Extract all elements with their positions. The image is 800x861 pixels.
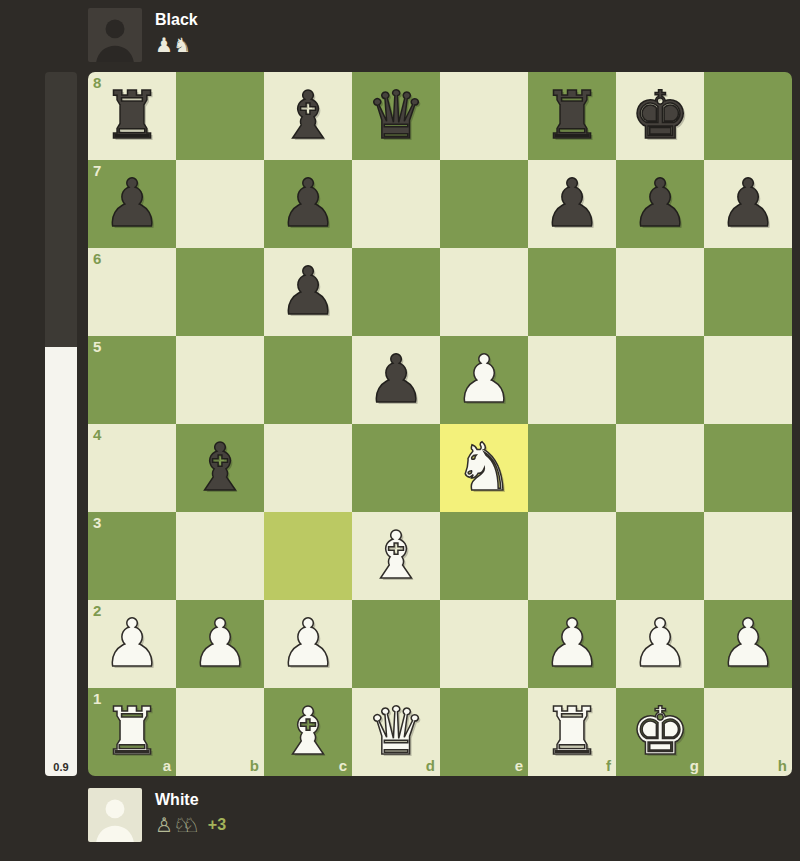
- square-a4[interactable]: 4: [88, 424, 176, 512]
- file-label-a: a: [163, 758, 171, 773]
- square-e2[interactable]: [440, 600, 528, 688]
- white-piece-e5[interactable]: ♟: [454, 336, 513, 424]
- square-f2[interactable]: ♟: [528, 600, 616, 688]
- square-h3[interactable]: [704, 512, 792, 600]
- eval-black-portion: [45, 72, 77, 347]
- square-f6[interactable]: [528, 248, 616, 336]
- square-g1[interactable]: g♚: [616, 688, 704, 776]
- rank-label-6: 6: [93, 251, 101, 266]
- square-a3[interactable]: 3: [88, 512, 176, 600]
- square-d4[interactable]: [352, 424, 440, 512]
- square-g5[interactable]: [616, 336, 704, 424]
- white-piece-b2[interactable]: ♟: [190, 600, 249, 688]
- black-piece-d5[interactable]: ♟: [366, 336, 425, 424]
- square-f3[interactable]: [528, 512, 616, 600]
- square-g6[interactable]: [616, 248, 704, 336]
- square-a8[interactable]: 8♜: [88, 72, 176, 160]
- square-d7[interactable]: [352, 160, 440, 248]
- black-player-name: Black: [155, 10, 198, 30]
- black-piece-f7[interactable]: ♟: [542, 160, 601, 248]
- file-label-h: h: [778, 758, 787, 773]
- square-h8[interactable]: [704, 72, 792, 160]
- square-d3[interactable]: ♝: [352, 512, 440, 600]
- white-piece-h2[interactable]: ♟: [718, 600, 777, 688]
- rank-label-1: 1: [93, 691, 101, 706]
- square-f8[interactable]: ♜: [528, 72, 616, 160]
- rank-label-7: 7: [93, 163, 101, 178]
- file-label-f: f: [606, 758, 611, 773]
- square-e4[interactable]: ♞: [440, 424, 528, 512]
- material-advantage: +3: [208, 814, 226, 836]
- black-piece-g8[interactable]: ♚: [630, 72, 689, 160]
- black-piece-b4[interactable]: ♝: [190, 424, 249, 512]
- white-piece-c1[interactable]: ♝: [278, 688, 337, 776]
- square-c8[interactable]: ♝: [264, 72, 352, 160]
- white-piece-f2[interactable]: ♟: [542, 600, 601, 688]
- rank-label-4: 4: [93, 427, 101, 442]
- square-a1[interactable]: 1a♜: [88, 688, 176, 776]
- eval-white-portion: 0.9: [45, 347, 77, 776]
- white-piece-a2[interactable]: ♟: [102, 600, 161, 688]
- square-b7[interactable]: [176, 160, 264, 248]
- square-e5[interactable]: ♟: [440, 336, 528, 424]
- white-piece-f1[interactable]: ♜: [542, 688, 601, 776]
- square-g2[interactable]: ♟: [616, 600, 704, 688]
- square-f4[interactable]: [528, 424, 616, 512]
- player-top: Black ♟♞: [88, 8, 198, 62]
- square-h4[interactable]: [704, 424, 792, 512]
- square-e6[interactable]: [440, 248, 528, 336]
- white-piece-g1[interactable]: ♚: [630, 688, 689, 776]
- square-h5[interactable]: [704, 336, 792, 424]
- square-g8[interactable]: ♚: [616, 72, 704, 160]
- square-g7[interactable]: ♟: [616, 160, 704, 248]
- person-icon: [88, 792, 142, 842]
- square-e8[interactable]: [440, 72, 528, 160]
- square-h2[interactable]: ♟: [704, 600, 792, 688]
- square-d6[interactable]: [352, 248, 440, 336]
- file-label-d: d: [426, 758, 435, 773]
- black-piece-c8[interactable]: ♝: [278, 72, 337, 160]
- square-b1[interactable]: b: [176, 688, 264, 776]
- captured-white-pawn-icon: ♟: [155, 34, 173, 56]
- white-piece-a1[interactable]: ♜: [102, 688, 161, 776]
- square-b5[interactable]: [176, 336, 264, 424]
- square-a5[interactable]: 5: [88, 336, 176, 424]
- square-c1[interactable]: c♝: [264, 688, 352, 776]
- chess-board[interactable]: 8♜♝♛♜♚7♟♟♟♟♟6♟5♟♟4♝♞3♝2♟♟♟♟♟♟1a♜bc♝d♛ef♜…: [88, 72, 792, 776]
- square-h6[interactable]: [704, 248, 792, 336]
- black-piece-c6[interactable]: ♟: [278, 248, 337, 336]
- black-piece-f8[interactable]: ♜: [542, 72, 601, 160]
- captured-black-pawn-icon: ♙: [155, 814, 173, 836]
- square-b8[interactable]: [176, 72, 264, 160]
- captured-white-knight-icon: ♞: [173, 34, 191, 56]
- white-piece-d1[interactable]: ♛: [366, 688, 425, 776]
- person-icon: [88, 12, 142, 62]
- square-g3[interactable]: [616, 512, 704, 600]
- square-c3[interactable]: [264, 512, 352, 600]
- square-h7[interactable]: ♟: [704, 160, 792, 248]
- rank-label-8: 8: [93, 75, 101, 90]
- eval-score: 0.9: [45, 761, 77, 773]
- square-b3[interactable]: [176, 512, 264, 600]
- rank-label-5: 5: [93, 339, 101, 354]
- square-c4[interactable]: [264, 424, 352, 512]
- black-captured-pieces: ♟♞: [155, 32, 198, 56]
- white-avatar[interactable]: [88, 788, 142, 842]
- square-c2[interactable]: ♟: [264, 600, 352, 688]
- black-avatar[interactable]: [88, 8, 142, 62]
- square-f7[interactable]: ♟: [528, 160, 616, 248]
- square-e1[interactable]: e: [440, 688, 528, 776]
- white-player-name: White: [155, 790, 226, 810]
- square-a2[interactable]: 2♟: [88, 600, 176, 688]
- square-e3[interactable]: [440, 512, 528, 600]
- black-piece-g7[interactable]: ♟: [630, 160, 689, 248]
- file-label-b: b: [250, 758, 259, 773]
- file-label-g: g: [690, 758, 699, 773]
- black-piece-h7[interactable]: ♟: [718, 160, 777, 248]
- white-piece-e4[interactable]: ♞: [454, 424, 513, 512]
- square-c5[interactable]: [264, 336, 352, 424]
- square-b6[interactable]: [176, 248, 264, 336]
- player-bottom: White ♙♘♘+3: [88, 788, 226, 842]
- square-f1[interactable]: f♜: [528, 688, 616, 776]
- white-piece-c2[interactable]: ♟: [278, 600, 337, 688]
- square-d8[interactable]: ♛: [352, 72, 440, 160]
- black-piece-a7[interactable]: ♟: [102, 160, 161, 248]
- square-d1[interactable]: d♛: [352, 688, 440, 776]
- square-d5[interactable]: ♟: [352, 336, 440, 424]
- white-piece-d3[interactable]: ♝: [366, 512, 425, 600]
- square-b2[interactable]: ♟: [176, 600, 264, 688]
- captured-black-knight-icon: ♘: [182, 814, 200, 836]
- square-f5[interactable]: [528, 336, 616, 424]
- white-piece-g2[interactable]: ♟: [630, 600, 689, 688]
- black-piece-a8[interactable]: ♜: [102, 72, 161, 160]
- evaluation-bar: 0.9: [45, 72, 77, 776]
- square-d2[interactable]: [352, 600, 440, 688]
- file-label-e: e: [515, 758, 523, 773]
- black-piece-c7[interactable]: ♟: [278, 160, 337, 248]
- white-captured-pieces: ♙♘♘+3: [155, 812, 226, 836]
- square-c7[interactable]: ♟: [264, 160, 352, 248]
- square-b4[interactable]: ♝: [176, 424, 264, 512]
- square-e7[interactable]: [440, 160, 528, 248]
- file-label-c: c: [339, 758, 347, 773]
- square-a6[interactable]: 6: [88, 248, 176, 336]
- black-piece-d8[interactable]: ♛: [366, 72, 425, 160]
- rank-label-3: 3: [93, 515, 101, 530]
- square-g4[interactable]: [616, 424, 704, 512]
- rank-label-2: 2: [93, 603, 101, 618]
- square-c6[interactable]: ♟: [264, 248, 352, 336]
- square-h1[interactable]: h: [704, 688, 792, 776]
- square-a7[interactable]: 7♟: [88, 160, 176, 248]
